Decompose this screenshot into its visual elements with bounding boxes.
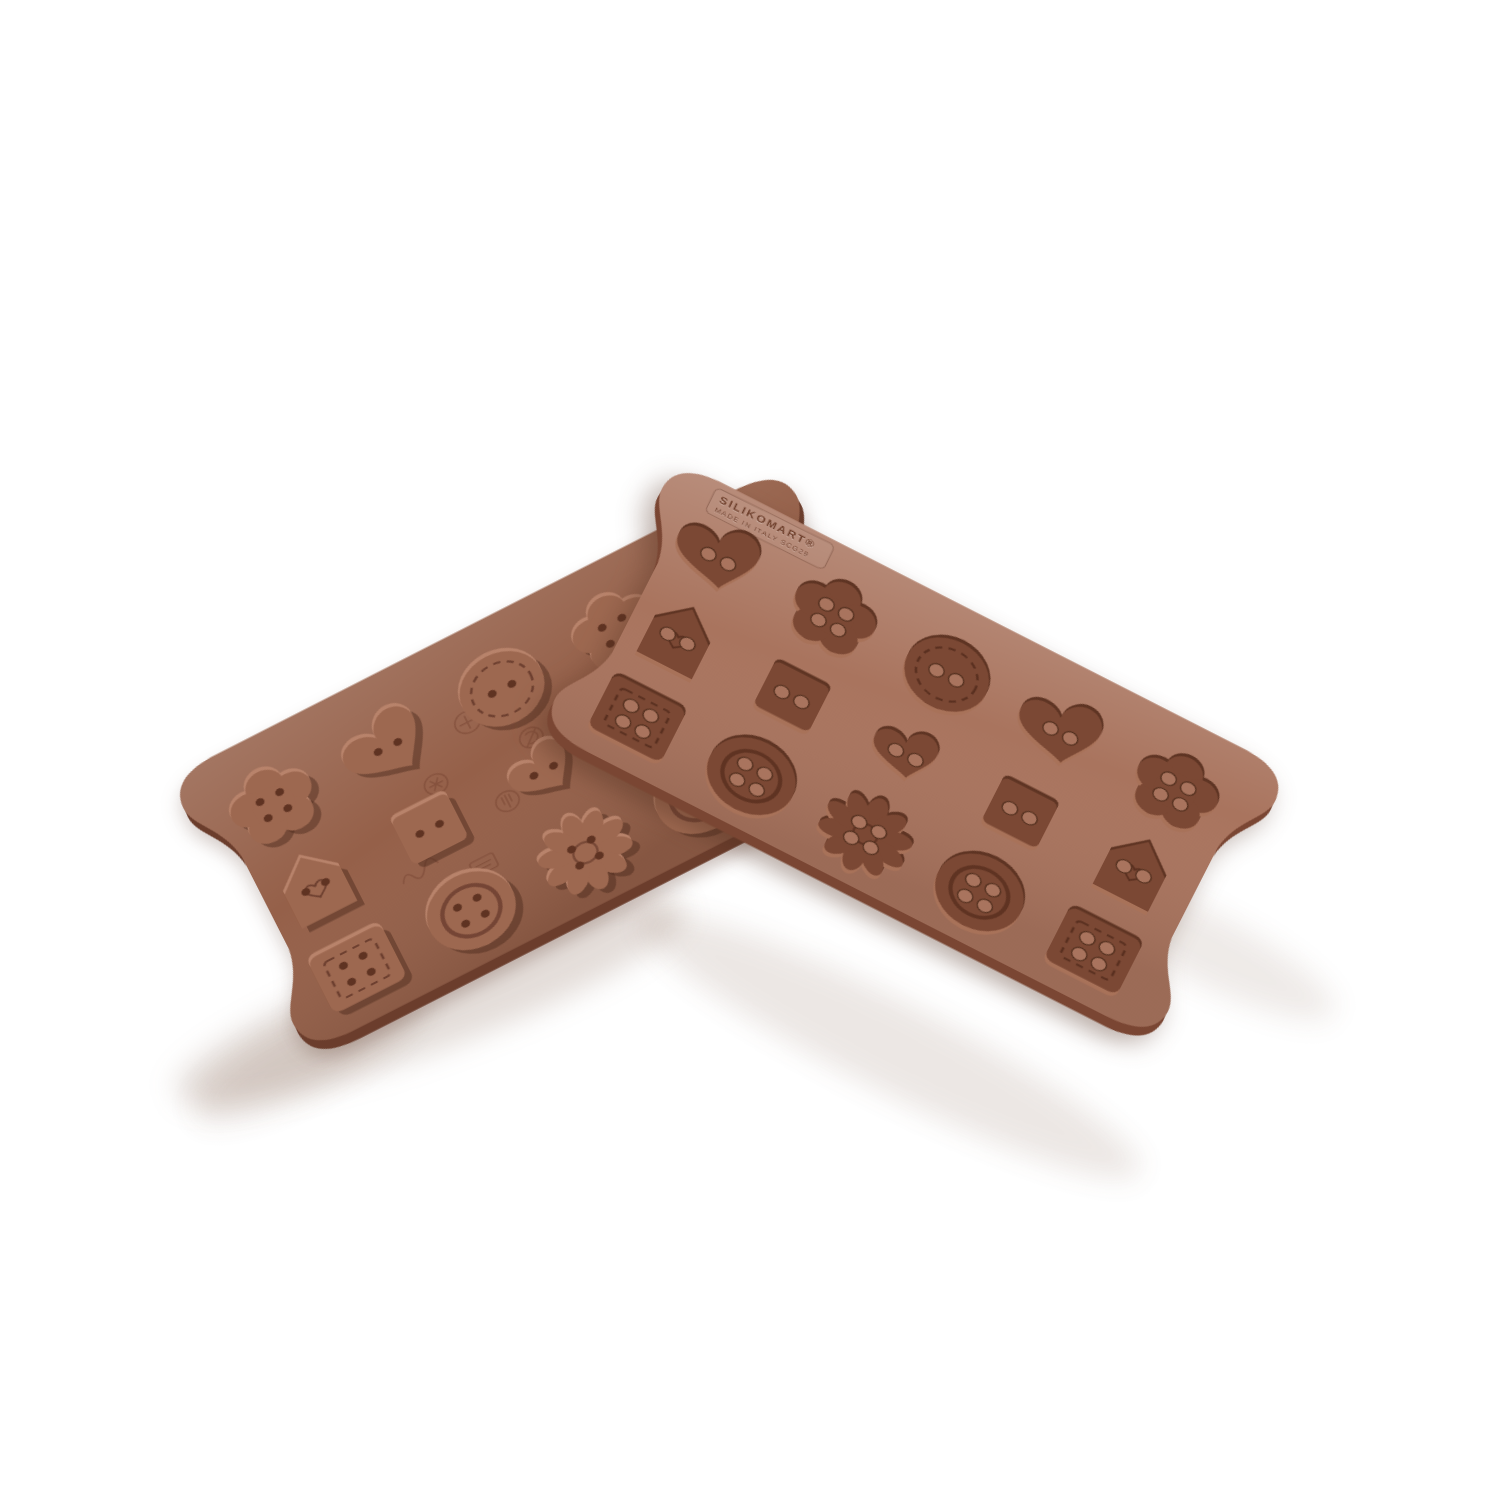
product-photo: SILIKOMART® SILIKOMART® MADE IN ITALY SC… [0,0,1500,1500]
front-mold: SILIKOMART® SILIKOMART® MADE IN ITALY SC… [512,438,1318,1062]
